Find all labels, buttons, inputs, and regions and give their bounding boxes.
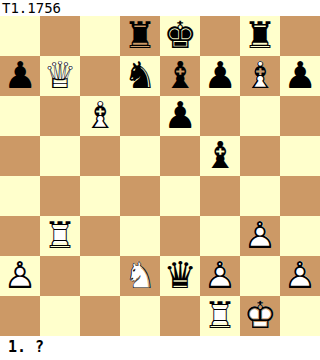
square-c1[interactable]	[80, 296, 120, 336]
square-h8[interactable]	[280, 16, 320, 56]
square-e3[interactable]	[160, 216, 200, 256]
square-g3[interactable]: ♟♙	[240, 216, 280, 256]
black-knight-piece: ♞	[120, 56, 160, 96]
square-g7[interactable]: ♝♗	[240, 56, 280, 96]
square-d3[interactable]	[120, 216, 160, 256]
square-d2[interactable]: ♞♘	[120, 256, 160, 296]
square-a6[interactable]	[0, 96, 40, 136]
square-c4[interactable]	[80, 176, 120, 216]
black-pawn-piece: ♟	[200, 56, 240, 96]
square-a3[interactable]	[0, 216, 40, 256]
square-c2[interactable]	[80, 256, 120, 296]
square-b3[interactable]: ♜♖	[40, 216, 80, 256]
square-g1[interactable]: ♚♔	[240, 296, 280, 336]
chess-puzzle-page: T1.1756 ♜♚♜♟♛♕♞♝♟♝♗♟♝♗♟♝♜♖♟♙♟♙♞♘♛♟♙♟♙♜♖♚…	[0, 0, 320, 360]
white-bishop-piece: ♝♗	[80, 96, 120, 136]
white-queen-piece: ♛♕	[40, 56, 80, 96]
square-d6[interactable]	[120, 96, 160, 136]
square-e5[interactable]	[160, 136, 200, 176]
black-king-piece: ♚	[160, 16, 200, 56]
square-e8[interactable]: ♚	[160, 16, 200, 56]
square-h4[interactable]	[280, 176, 320, 216]
square-c7[interactable]	[80, 56, 120, 96]
square-a5[interactable]	[0, 136, 40, 176]
white-rook-piece: ♜♖	[40, 216, 80, 256]
square-g4[interactable]	[240, 176, 280, 216]
square-a8[interactable]	[0, 16, 40, 56]
chess-board: ♜♚♜♟♛♕♞♝♟♝♗♟♝♗♟♝♜♖♟♙♟♙♞♘♛♟♙♟♙♜♖♚♔	[0, 16, 320, 336]
square-e6[interactable]: ♟	[160, 96, 200, 136]
black-rook-piece: ♜	[120, 16, 160, 56]
square-e2[interactable]: ♛	[160, 256, 200, 296]
square-f2[interactable]: ♟♙	[200, 256, 240, 296]
square-b7[interactable]: ♛♕	[40, 56, 80, 96]
white-pawn-piece: ♟♙	[0, 256, 40, 296]
white-king-piece: ♚♔	[240, 296, 280, 336]
puzzle-id: T1.1756	[2, 0, 61, 16]
square-f8[interactable]	[200, 16, 240, 56]
black-bishop-piece: ♝	[200, 136, 240, 176]
square-e7[interactable]: ♝	[160, 56, 200, 96]
white-pawn-piece: ♟♙	[240, 216, 280, 256]
square-a2[interactable]: ♟♙	[0, 256, 40, 296]
square-h5[interactable]	[280, 136, 320, 176]
square-f1[interactable]: ♜♖	[200, 296, 240, 336]
square-b2[interactable]	[40, 256, 80, 296]
square-h7[interactable]: ♟	[280, 56, 320, 96]
square-f3[interactable]	[200, 216, 240, 256]
move-prompt: 1. ?	[8, 337, 44, 359]
white-pawn-piece: ♟♙	[280, 256, 320, 296]
square-c6[interactable]: ♝♗	[80, 96, 120, 136]
square-c8[interactable]	[80, 16, 120, 56]
square-d5[interactable]	[120, 136, 160, 176]
square-g8[interactable]: ♜	[240, 16, 280, 56]
square-b1[interactable]	[40, 296, 80, 336]
square-g5[interactable]	[240, 136, 280, 176]
square-h3[interactable]	[280, 216, 320, 256]
square-a1[interactable]	[0, 296, 40, 336]
square-g6[interactable]	[240, 96, 280, 136]
square-e4[interactable]	[160, 176, 200, 216]
square-f7[interactable]: ♟	[200, 56, 240, 96]
square-h6[interactable]	[280, 96, 320, 136]
square-f6[interactable]	[200, 96, 240, 136]
square-b4[interactable]	[40, 176, 80, 216]
square-h2[interactable]: ♟♙	[280, 256, 320, 296]
square-h1[interactable]	[280, 296, 320, 336]
black-pawn-piece: ♟	[280, 56, 320, 96]
square-b6[interactable]	[40, 96, 80, 136]
black-rook-piece: ♜	[240, 16, 280, 56]
white-pawn-piece: ♟♙	[200, 256, 240, 296]
square-d4[interactable]	[120, 176, 160, 216]
square-d8[interactable]: ♜	[120, 16, 160, 56]
square-b5[interactable]	[40, 136, 80, 176]
black-pawn-piece: ♟	[160, 96, 200, 136]
square-f4[interactable]	[200, 176, 240, 216]
white-knight-piece: ♞♘	[120, 256, 160, 296]
square-c5[interactable]	[80, 136, 120, 176]
square-c3[interactable]	[80, 216, 120, 256]
black-pawn-piece: ♟	[0, 56, 40, 96]
square-a4[interactable]	[0, 176, 40, 216]
square-a7[interactable]: ♟	[0, 56, 40, 96]
black-queen-piece: ♛	[160, 256, 200, 296]
square-e1[interactable]	[160, 296, 200, 336]
square-f5[interactable]: ♝	[200, 136, 240, 176]
black-bishop-piece: ♝	[160, 56, 200, 96]
white-bishop-piece: ♝♗	[240, 56, 280, 96]
square-b8[interactable]	[40, 16, 80, 56]
square-d1[interactable]	[120, 296, 160, 336]
square-d7[interactable]: ♞	[120, 56, 160, 96]
square-g2[interactable]	[240, 256, 280, 296]
white-rook-piece: ♜♖	[200, 296, 240, 336]
